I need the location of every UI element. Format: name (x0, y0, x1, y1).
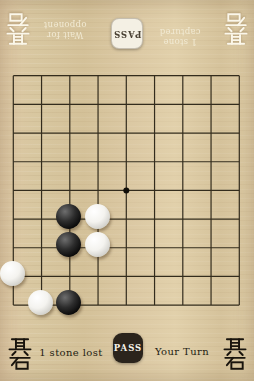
board-intersection-c5r3[interactable] (112, 119, 140, 148)
board-intersection-c2r4[interactable] (27, 147, 55, 176)
board-intersection-c4r8[interactable] (84, 262, 112, 291)
board-intersection-c8r2[interactable] (197, 90, 225, 119)
board-intersection-c7r3[interactable] (169, 119, 197, 148)
board-intersection-c5r7[interactable] (112, 233, 140, 262)
white-stone (85, 232, 110, 257)
player-turn-text: Your Turn (147, 346, 217, 357)
opponent-go-logo-left-icon (5, 13, 31, 47)
board-intersection-c7r4[interactable] (169, 147, 197, 176)
board-intersection-c6r6[interactable] (140, 205, 168, 234)
board-intersection-c6r5[interactable] (140, 176, 168, 205)
board-intersection-c5r1[interactable] (112, 61, 140, 90)
board-intersection-c3r7[interactable] (56, 233, 84, 262)
board-intersection-c6r1[interactable] (140, 61, 168, 90)
board-intersection-c2r3[interactable] (27, 119, 55, 148)
board-intersection-c6r2[interactable] (140, 90, 168, 119)
board-intersection-c8r7[interactable] (197, 233, 225, 262)
board-intersection-c7r1[interactable] (169, 61, 197, 90)
board-intersection-c7r6[interactable] (169, 205, 197, 234)
board-intersection-c4r6[interactable] (84, 205, 112, 234)
board-intersection-c6r8[interactable] (140, 262, 168, 291)
board-intersection-c9r9[interactable] (225, 291, 253, 320)
board-intersection-c2r2[interactable] (27, 90, 55, 119)
white-stone (0, 261, 25, 286)
board-intersection-c2r9[interactable] (27, 291, 55, 320)
board-intersection-c7r9[interactable] (169, 291, 197, 320)
black-stone (56, 290, 81, 315)
board-intersection-c8r6[interactable] (197, 205, 225, 234)
board-intersection-c3r1[interactable] (56, 61, 84, 90)
player-go-logo-left-icon (7, 336, 33, 370)
player-pass-button[interactable]: PASS (113, 333, 143, 363)
board-intersection-c9r4[interactable] (225, 147, 253, 176)
go-board (0, 61, 253, 319)
white-stone (85, 204, 110, 229)
board-intersection-c9r1[interactable] (225, 61, 253, 90)
white-stone (28, 290, 53, 315)
board-intersection-c6r3[interactable] (140, 119, 168, 148)
board-intersection-c8r8[interactable] (197, 262, 225, 291)
board-intersection-c1r6[interactable] (0, 205, 27, 234)
board-intersection-c3r8[interactable] (56, 262, 84, 291)
black-stone (56, 204, 81, 229)
board-intersection-c8r1[interactable] (197, 61, 225, 90)
player-go-logo-right-icon (222, 336, 248, 370)
board-intersection-c7r5[interactable] (169, 176, 197, 205)
player-lost-text: 1 stone lost (36, 347, 106, 358)
board-intersection-c7r7[interactable] (169, 233, 197, 262)
board-intersection-c9r5[interactable] (225, 176, 253, 205)
board-intersection-c8r3[interactable] (197, 119, 225, 148)
board-intersection-c7r8[interactable] (169, 262, 197, 291)
board-intersection-c4r7[interactable] (84, 233, 112, 262)
board-intersection-c9r7[interactable] (225, 233, 253, 262)
board-intersection-c6r9[interactable] (140, 291, 168, 320)
opponent-captured-text: 1 stone captured (142, 27, 218, 47)
black-stone (56, 232, 81, 257)
opponent-status-text: Wait for opponent (30, 20, 100, 40)
board-intersection-c1r2[interactable] (0, 90, 27, 119)
board-intersection-c3r2[interactable] (56, 90, 84, 119)
board-intersection-c6r7[interactable] (140, 233, 168, 262)
board-intersection-c6r4[interactable] (140, 147, 168, 176)
board-intersection-c5r2[interactable] (112, 90, 140, 119)
go-app-screen: Wait for opponent PASS 1 stone captured … (0, 0, 254, 381)
board-intersection-c2r6[interactable] (27, 205, 55, 234)
board-intersection-c5r8[interactable] (112, 262, 140, 291)
board-intersection-c5r6[interactable] (112, 205, 140, 234)
board-intersection-c8r5[interactable] (197, 176, 225, 205)
player-pass-label: PASS (114, 343, 142, 353)
board-intersection-c8r9[interactable] (197, 291, 225, 320)
board-intersection-c1r1[interactable] (0, 61, 27, 90)
opponent-go-logo-right-icon (223, 13, 249, 47)
board-intersection-c1r4[interactable] (0, 147, 27, 176)
board-intersection-c9r2[interactable] (225, 90, 253, 119)
board-intersection-c4r9[interactable] (84, 291, 112, 320)
board-intersection-c7r2[interactable] (169, 90, 197, 119)
board-intersection-c3r9[interactable] (56, 291, 84, 320)
board-intersection-c1r9[interactable] (0, 291, 27, 320)
board-intersection-c1r8[interactable] (0, 262, 27, 291)
board-intersection-c2r5[interactable] (27, 176, 55, 205)
opponent-pass-button[interactable]: PASS (111, 18, 143, 49)
board-intersection-c5r9[interactable] (112, 291, 140, 320)
board-intersection-c4r4[interactable] (84, 147, 112, 176)
board-intersection-c9r3[interactable] (225, 119, 253, 148)
board-intersection-c4r1[interactable] (84, 61, 112, 90)
board-intersection-c3r4[interactable] (56, 147, 84, 176)
board-intersection-c3r6[interactable] (56, 205, 84, 234)
board-intersection-c9r6[interactable] (225, 205, 253, 234)
board-intersection-c2r1[interactable] (27, 61, 55, 90)
board-intersection-c2r7[interactable] (27, 233, 55, 262)
board-intersection-c9r8[interactable] (225, 262, 253, 291)
board-intersection-c3r3[interactable] (56, 119, 84, 148)
board-intersection-c1r5[interactable] (0, 176, 27, 205)
opponent-pass-label: PASS (113, 29, 141, 39)
board-intersection-c2r8[interactable] (27, 262, 55, 291)
board-intersection-c8r4[interactable] (197, 147, 225, 176)
board-intersection-c1r7[interactable] (0, 233, 27, 262)
board-intersection-c5r5[interactable] (112, 176, 140, 205)
board-intersection-c1r3[interactable] (0, 119, 27, 148)
board-intersection-c4r5[interactable] (84, 176, 112, 205)
board-intersection-c5r4[interactable] (112, 147, 140, 176)
board-intersection-c4r2[interactable] (84, 90, 112, 119)
board-intersection-c3r5[interactable] (56, 176, 84, 205)
board-intersection-c4r3[interactable] (84, 119, 112, 148)
